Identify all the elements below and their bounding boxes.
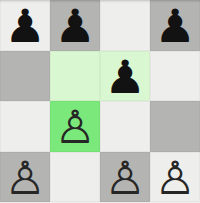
white-pawn[interactable]: ♙ (154, 155, 195, 201)
square-r2c3[interactable] (150, 101, 200, 152)
square-r1c0[interactable] (0, 51, 50, 102)
white-pawn[interactable]: ♙ (54, 104, 95, 150)
square-r1c2[interactable]: ♟ (100, 51, 150, 102)
square-r2c0[interactable] (0, 101, 50, 152)
white-pawn[interactable]: ♙ (4, 155, 45, 201)
black-pawn[interactable]: ♟ (4, 3, 45, 49)
black-pawn[interactable]: ♟ (54, 3, 95, 49)
square-r3c1[interactable] (50, 152, 100, 203)
square-r0c0[interactable]: ♟ (0, 0, 50, 51)
square-r1c3[interactable] (150, 51, 200, 102)
square-r3c0[interactable]: ♙ (0, 152, 50, 203)
square-r2c1[interactable]: ♙ (50, 101, 100, 152)
square-r0c2[interactable] (100, 0, 150, 51)
square-r2c2[interactable] (100, 101, 150, 152)
black-pawn[interactable]: ♟ (154, 3, 195, 49)
square-r1c1[interactable] (50, 51, 100, 102)
square-r0c3[interactable]: ♟ (150, 0, 200, 51)
square-r3c3[interactable]: ♙ (150, 152, 200, 203)
square-r0c1[interactable]: ♟ (50, 0, 100, 51)
black-pawn[interactable]: ♟ (104, 54, 145, 100)
chess-board: ♟♟♟♟♙♙♙♙ (0, 0, 200, 202)
square-r3c2[interactable]: ♙ (100, 152, 150, 203)
white-pawn[interactable]: ♙ (104, 155, 145, 201)
